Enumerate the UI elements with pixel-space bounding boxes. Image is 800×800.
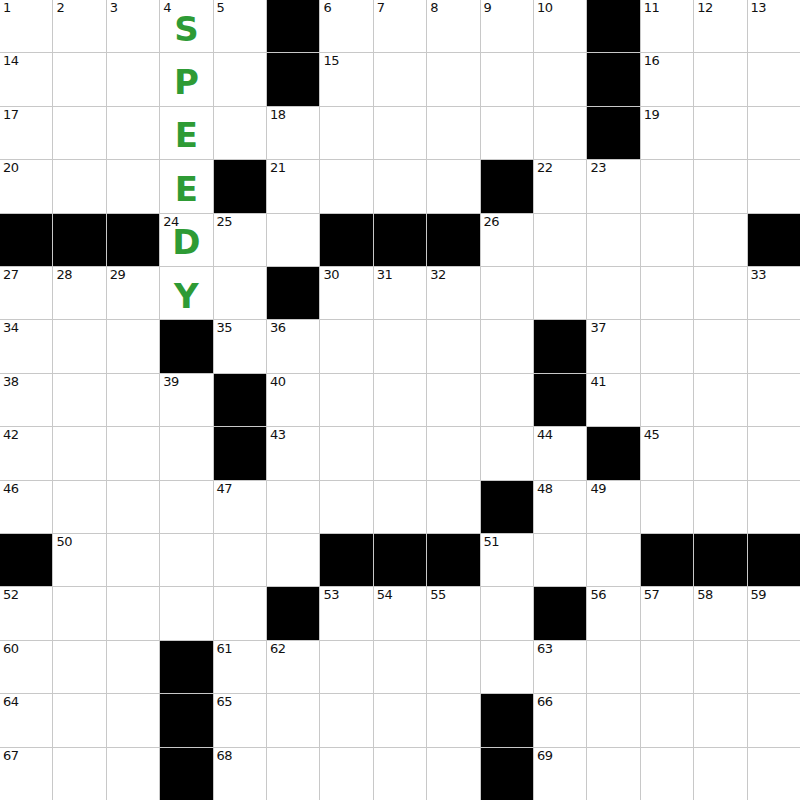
white-cell[interactable]: 59 [748, 587, 800, 639]
black-cell [481, 160, 533, 212]
white-cell[interactable] [107, 53, 159, 105]
white-cell[interactable] [374, 53, 426, 105]
white-cell[interactable]: 42 [0, 427, 52, 479]
clue-number: 37 [590, 321, 606, 335]
black-cell [160, 694, 212, 746]
clue-number: 9 [484, 1, 492, 15]
white-cell[interactable] [694, 694, 746, 746]
white-cell[interactable]: 12 [694, 0, 746, 52]
white-cell[interactable] [481, 427, 533, 479]
clue-number: 8 [430, 1, 438, 15]
white-cell[interactable] [53, 374, 105, 426]
white-cell[interactable]: 22 [534, 160, 586, 212]
white-cell[interactable]: 28 [53, 267, 105, 319]
white-cell[interactable] [374, 374, 426, 426]
white-cell[interactable]: 26 [481, 214, 533, 266]
white-cell[interactable]: 63 [534, 641, 586, 693]
white-cell[interactable]: 43 [267, 427, 319, 479]
clue-number: 34 [3, 321, 19, 335]
clue-number: 20 [3, 161, 19, 175]
white-cell[interactable]: 2 [53, 0, 105, 52]
white-cell[interactable] [694, 641, 746, 693]
black-cell [160, 320, 212, 372]
white-cell[interactable] [694, 374, 746, 426]
white-cell[interactable]: 54 [374, 587, 426, 639]
clue-number: 25 [217, 215, 233, 229]
clue-number: 59 [751, 588, 767, 602]
white-cell[interactable]: 57 [641, 587, 693, 639]
clue-number: 10 [537, 1, 553, 15]
clue-number: 12 [697, 1, 713, 15]
white-cell[interactable]: 64 [0, 694, 52, 746]
white-cell[interactable]: 23 [587, 160, 639, 212]
white-cell[interactable] [107, 694, 159, 746]
clue-number: 2 [56, 1, 64, 15]
white-cell[interactable] [107, 320, 159, 372]
white-cell[interactable] [107, 374, 159, 426]
white-cell[interactable] [641, 481, 693, 533]
white-cell[interactable]: 24D [160, 214, 212, 266]
white-cell[interactable]: 67 [0, 748, 52, 800]
clue-number: 1 [3, 1, 11, 15]
white-cell[interactable]: 32 [427, 267, 479, 319]
solved-letter: E [160, 107, 212, 159]
black-cell [267, 53, 319, 105]
clue-number: 58 [697, 588, 713, 602]
white-cell[interactable] [641, 694, 693, 746]
white-cell[interactable] [320, 320, 372, 372]
clue-number: 42 [3, 428, 19, 442]
clue-number: 67 [3, 749, 19, 763]
black-cell [0, 534, 52, 586]
white-cell[interactable] [481, 374, 533, 426]
clue-number: 62 [270, 642, 286, 656]
white-cell[interactable]: 49 [587, 481, 639, 533]
white-cell[interactable]: 18 [267, 107, 319, 159]
white-cell[interactable]: 37 [587, 320, 639, 372]
clue-number: 17 [3, 108, 19, 122]
white-cell[interactable]: 35 [214, 320, 266, 372]
white-cell[interactable] [748, 427, 800, 479]
white-cell[interactable]: 52 [0, 587, 52, 639]
solved-letter: D [160, 214, 212, 266]
black-cell [267, 0, 319, 52]
black-cell [481, 481, 533, 533]
white-cell[interactable] [374, 427, 426, 479]
white-cell[interactable]: 13 [748, 0, 800, 52]
white-cell[interactable] [320, 160, 372, 212]
clue-number: 40 [270, 375, 286, 389]
white-cell[interactable] [53, 587, 105, 639]
black-cell [534, 587, 586, 639]
white-cell[interactable] [748, 481, 800, 533]
clue-number: 29 [110, 268, 126, 282]
black-cell [214, 374, 266, 426]
white-cell[interactable] [53, 694, 105, 746]
white-cell[interactable]: 15 [320, 53, 372, 105]
white-cell[interactable] [481, 107, 533, 159]
clue-number: 38 [3, 375, 19, 389]
white-cell[interactable] [267, 748, 319, 800]
black-cell [320, 534, 372, 586]
white-cell[interactable]: 61 [214, 641, 266, 693]
white-cell[interactable]: 51 [481, 534, 533, 586]
white-cell[interactable]: 38 [0, 374, 52, 426]
white-cell[interactable] [427, 481, 479, 533]
white-cell[interactable]: 34 [0, 320, 52, 372]
white-cell[interactable] [107, 427, 159, 479]
white-cell[interactable] [53, 53, 105, 105]
white-cell[interactable] [214, 53, 266, 105]
black-cell [748, 214, 800, 266]
white-cell[interactable]: 47 [214, 481, 266, 533]
white-cell[interactable] [107, 160, 159, 212]
white-cell[interactable] [427, 748, 479, 800]
white-cell[interactable] [53, 481, 105, 533]
white-cell[interactable] [107, 748, 159, 800]
white-cell[interactable] [107, 481, 159, 533]
white-cell[interactable]: 7 [374, 0, 426, 52]
solved-letter: S [160, 0, 212, 52]
white-cell[interactable] [694, 53, 746, 105]
white-cell[interactable]: 29 [107, 267, 159, 319]
black-cell [0, 214, 52, 266]
white-cell[interactable] [534, 267, 586, 319]
white-cell[interactable] [160, 534, 212, 586]
white-cell[interactable]: 46 [0, 481, 52, 533]
black-cell [534, 374, 586, 426]
clue-number: 28 [56, 268, 72, 282]
white-cell[interactable]: 4S [160, 0, 212, 52]
white-cell[interactable] [374, 481, 426, 533]
white-cell[interactable]: 19 [641, 107, 693, 159]
clue-number: 54 [377, 588, 393, 602]
white-cell[interactable] [320, 641, 372, 693]
white-cell[interactable] [427, 320, 479, 372]
white-cell[interactable] [160, 481, 212, 533]
white-cell[interactable] [748, 53, 800, 105]
white-cell[interactable] [160, 427, 212, 479]
white-cell[interactable]: 10 [534, 0, 586, 52]
white-cell[interactable] [694, 107, 746, 159]
white-cell[interactable] [374, 748, 426, 800]
clue-number: 61 [217, 642, 233, 656]
white-cell[interactable] [107, 107, 159, 159]
white-cell[interactable]: 60 [0, 641, 52, 693]
white-cell[interactable]: 30 [320, 267, 372, 319]
white-cell[interactable] [641, 320, 693, 372]
white-cell[interactable]: E [160, 107, 212, 159]
clue-number: 65 [217, 695, 233, 709]
white-cell[interactable] [53, 641, 105, 693]
white-cell[interactable] [214, 587, 266, 639]
black-cell [587, 0, 639, 52]
white-cell[interactable] [641, 267, 693, 319]
white-cell[interactable]: 65 [214, 694, 266, 746]
clue-number: 49 [590, 482, 606, 496]
black-cell [481, 694, 533, 746]
white-cell[interactable] [748, 320, 800, 372]
white-cell[interactable] [214, 534, 266, 586]
white-cell[interactable]: P [160, 53, 212, 105]
white-cell[interactable]: 36 [267, 320, 319, 372]
white-cell[interactable]: 69 [534, 748, 586, 800]
white-cell[interactable] [107, 641, 159, 693]
white-cell[interactable] [53, 427, 105, 479]
white-cell[interactable]: 55 [427, 587, 479, 639]
clue-number: 68 [217, 749, 233, 763]
white-cell[interactable] [427, 694, 479, 746]
clue-number: 41 [590, 375, 606, 389]
clue-number: 31 [377, 268, 393, 282]
white-cell[interactable] [748, 641, 800, 693]
white-cell[interactable] [320, 427, 372, 479]
clue-number: 57 [644, 588, 660, 602]
white-cell[interactable]: 45 [641, 427, 693, 479]
white-cell[interactable] [427, 427, 479, 479]
solved-letter: Y [160, 267, 212, 319]
white-cell[interactable] [374, 320, 426, 372]
clue-number: 27 [3, 268, 19, 282]
white-cell[interactable] [694, 427, 746, 479]
clue-number: 5 [217, 1, 225, 15]
clue-number: 50 [56, 535, 72, 549]
white-cell[interactable] [748, 694, 800, 746]
white-cell[interactable]: 6 [320, 0, 372, 52]
clue-number: 15 [323, 54, 339, 68]
black-cell [107, 214, 159, 266]
clue-number: 30 [323, 268, 339, 282]
white-cell[interactable]: 39 [160, 374, 212, 426]
clue-number: 33 [751, 268, 767, 282]
black-cell [214, 160, 266, 212]
white-cell[interactable] [587, 267, 639, 319]
white-cell[interactable]: 31 [374, 267, 426, 319]
white-cell[interactable] [267, 694, 319, 746]
white-cell[interactable] [481, 267, 533, 319]
clue-number: 43 [270, 428, 286, 442]
clue-number: 39 [163, 375, 179, 389]
clue-number: 47 [217, 482, 233, 496]
black-cell [748, 534, 800, 586]
white-cell[interactable]: 40 [267, 374, 319, 426]
clue-number: 56 [590, 588, 606, 602]
clue-number: 48 [537, 482, 553, 496]
clue-number: 6 [323, 1, 331, 15]
crossword-grid: 1234S567891011121314P151617E181920E21222… [0, 0, 800, 800]
white-cell[interactable]: 66 [534, 694, 586, 746]
white-cell[interactable] [53, 160, 105, 212]
white-cell[interactable] [481, 587, 533, 639]
white-cell[interactable] [427, 374, 479, 426]
white-cell[interactable]: 53 [320, 587, 372, 639]
clue-number: 32 [430, 268, 446, 282]
white-cell[interactable] [320, 374, 372, 426]
clue-number: 64 [3, 695, 19, 709]
white-cell[interactable]: 17 [0, 107, 52, 159]
white-cell[interactable] [427, 641, 479, 693]
clue-number: 45 [644, 428, 660, 442]
black-cell [320, 214, 372, 266]
white-cell[interactable] [587, 641, 639, 693]
white-cell[interactable] [587, 534, 639, 586]
white-cell[interactable] [534, 53, 586, 105]
white-cell[interactable]: 16 [641, 53, 693, 105]
white-cell[interactable] [53, 107, 105, 159]
white-cell[interactable] [694, 481, 746, 533]
black-cell [694, 534, 746, 586]
white-cell[interactable]: 41 [587, 374, 639, 426]
white-cell[interactable]: 62 [267, 641, 319, 693]
black-cell [587, 107, 639, 159]
white-cell[interactable]: 1 [0, 0, 52, 52]
white-cell[interactable] [587, 214, 639, 266]
white-cell[interactable]: 68 [214, 748, 266, 800]
white-cell[interactable] [214, 107, 266, 159]
white-cell[interactable] [641, 748, 693, 800]
white-cell[interactable]: 5 [214, 0, 266, 52]
white-cell[interactable] [374, 107, 426, 159]
clue-number: 51 [484, 535, 500, 549]
clue-number: 7 [377, 1, 385, 15]
white-cell[interactable] [374, 641, 426, 693]
clue-number: 26 [484, 215, 500, 229]
clue-number: 52 [3, 588, 19, 602]
black-cell [53, 214, 105, 266]
white-cell[interactable]: 25 [214, 214, 266, 266]
white-cell[interactable] [534, 534, 586, 586]
white-cell[interactable] [534, 107, 586, 159]
clue-number: 3 [110, 1, 118, 15]
clue-number: 14 [3, 54, 19, 68]
clue-number: 60 [3, 642, 19, 656]
clue-number: 66 [537, 695, 553, 709]
white-cell[interactable] [694, 267, 746, 319]
white-cell[interactable]: 14 [0, 53, 52, 105]
white-cell[interactable]: 21 [267, 160, 319, 212]
clue-number: 22 [537, 161, 553, 175]
white-cell[interactable] [107, 534, 159, 586]
white-cell[interactable]: Y [160, 267, 212, 319]
white-cell[interactable]: 50 [53, 534, 105, 586]
white-cell[interactable] [694, 160, 746, 212]
clue-number: 19 [644, 108, 660, 122]
black-cell [641, 534, 693, 586]
black-cell [587, 53, 639, 105]
white-cell[interactable] [534, 214, 586, 266]
clue-number: 13 [751, 1, 767, 15]
white-cell[interactable] [427, 160, 479, 212]
white-cell[interactable] [267, 481, 319, 533]
clue-number: 53 [323, 588, 339, 602]
white-cell[interactable] [320, 481, 372, 533]
clue-number: 11 [644, 1, 660, 15]
white-cell[interactable] [427, 107, 479, 159]
clue-number: 55 [430, 588, 446, 602]
white-cell[interactable] [641, 214, 693, 266]
black-cell [374, 214, 426, 266]
white-cell[interactable] [320, 694, 372, 746]
white-cell[interactable] [481, 53, 533, 105]
black-cell [427, 214, 479, 266]
black-cell [160, 748, 212, 800]
solved-letter: E [160, 160, 212, 212]
white-cell[interactable] [267, 534, 319, 586]
clue-number: 21 [270, 161, 286, 175]
clue-number: 69 [537, 749, 553, 763]
solved-letter: P [160, 53, 212, 105]
clue-number: 36 [270, 321, 286, 335]
clue-number: 46 [3, 482, 19, 496]
clue-number: 18 [270, 108, 286, 122]
white-cell[interactable] [641, 374, 693, 426]
white-cell[interactable]: 58 [694, 587, 746, 639]
black-cell [481, 748, 533, 800]
white-cell[interactable]: 33 [748, 267, 800, 319]
white-cell[interactable] [694, 320, 746, 372]
white-cell[interactable]: 48 [534, 481, 586, 533]
white-cell[interactable] [748, 374, 800, 426]
white-cell[interactable]: 56 [587, 587, 639, 639]
black-cell [534, 320, 586, 372]
white-cell[interactable] [641, 160, 693, 212]
black-cell [160, 641, 212, 693]
black-cell [214, 427, 266, 479]
white-cell[interactable] [694, 748, 746, 800]
white-cell[interactable] [694, 214, 746, 266]
white-cell[interactable] [320, 107, 372, 159]
white-cell[interactable] [53, 320, 105, 372]
white-cell[interactable] [587, 694, 639, 746]
white-cell[interactable]: E [160, 160, 212, 212]
white-cell[interactable]: 27 [0, 267, 52, 319]
white-cell[interactable] [587, 748, 639, 800]
clue-number: 35 [217, 321, 233, 335]
black-cell [374, 534, 426, 586]
white-cell[interactable] [641, 641, 693, 693]
white-cell[interactable]: 9 [481, 0, 533, 52]
black-cell [427, 534, 479, 586]
white-cell[interactable] [748, 748, 800, 800]
clue-number: 63 [537, 642, 553, 656]
white-cell[interactable] [107, 587, 159, 639]
white-cell[interactable] [214, 267, 266, 319]
white-cell[interactable] [53, 748, 105, 800]
black-cell [267, 267, 319, 319]
white-cell[interactable] [748, 107, 800, 159]
white-cell[interactable]: 3 [107, 0, 159, 52]
white-cell[interactable] [427, 53, 479, 105]
clue-number: 16 [644, 54, 660, 68]
white-cell[interactable] [267, 214, 319, 266]
white-cell[interactable] [160, 587, 212, 639]
white-cell[interactable]: 44 [534, 427, 586, 479]
black-cell [587, 427, 639, 479]
white-cell[interactable] [374, 160, 426, 212]
clue-number: 23 [590, 161, 606, 175]
black-cell [267, 587, 319, 639]
white-cell[interactable]: 20 [0, 160, 52, 212]
clue-number: 44 [537, 428, 553, 442]
white-cell[interactable] [320, 748, 372, 800]
white-cell[interactable] [374, 694, 426, 746]
white-cell[interactable] [748, 160, 800, 212]
white-cell[interactable] [481, 320, 533, 372]
white-cell[interactable]: 11 [641, 0, 693, 52]
white-cell[interactable]: 8 [427, 0, 479, 52]
white-cell[interactable] [481, 641, 533, 693]
